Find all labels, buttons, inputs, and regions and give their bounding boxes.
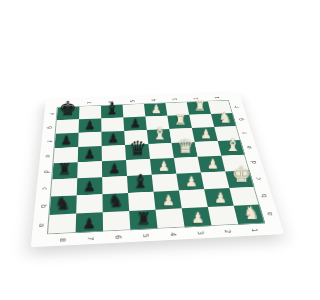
file-label: g (42, 120, 56, 134)
coordinate-text: b (260, 193, 268, 197)
black-pawn: ♟ (130, 117, 141, 129)
rank-label: 3 (185, 226, 214, 239)
white-rook: ♜ (194, 100, 206, 114)
coordinate-text: 8 (66, 102, 72, 105)
square-c7: ♟ (77, 177, 103, 195)
square-a8 (48, 214, 76, 235)
coordinate-text: h (234, 105, 241, 108)
black-pawn: ♟ (61, 134, 72, 147)
square-e4 (148, 143, 174, 159)
rank-label: 5 (130, 229, 158, 242)
coordinate-text: 6 (113, 235, 121, 239)
square-h8: ♚ (57, 107, 80, 121)
black-rook: ♜ (136, 211, 151, 228)
square-b5 (128, 192, 155, 211)
square-a7: ♟ (76, 212, 103, 233)
file-label: d (245, 154, 264, 170)
square-d1 (221, 155, 249, 172)
coordinate-text: 3 (195, 230, 204, 234)
rank-label: 2 (212, 225, 242, 238)
square-d3 (174, 157, 201, 174)
square-g3: ♜ (167, 115, 192, 129)
coordinate-text: 7 (85, 236, 93, 240)
coordinate-text: 5 (130, 100, 136, 103)
file-label: a (260, 204, 281, 224)
coordinate-text: f (45, 140, 52, 142)
coordinate-text: 1 (249, 228, 258, 232)
square-a4 (156, 208, 185, 228)
square-h7 (79, 106, 101, 120)
coordinate-text: 7 (87, 101, 93, 104)
coordinate-text: c (40, 187, 48, 190)
file-label: h (229, 100, 245, 113)
coordinate-text: 5 (140, 233, 148, 237)
white-pawn: ♟ (185, 175, 197, 189)
white-pawn: ♟ (151, 103, 162, 115)
square-f3 (169, 128, 194, 143)
white-rook: ♜ (174, 113, 187, 127)
square-b4: ♟ (154, 191, 182, 210)
chess-mat: 87654321h♚♝♟♜hg♟♟♜♞gf♟♟♝♟fe♟♛♛♝ed♜♟♟♟dc♟… (31, 93, 285, 247)
square-a3: ♟ (182, 207, 212, 227)
white-pawn: ♟ (214, 191, 227, 205)
black-pawn: ♟ (84, 147, 96, 160)
square-e3: ♛ (172, 142, 198, 158)
square-b3 (179, 189, 208, 208)
square-d2: ♟ (198, 156, 226, 173)
square-h5 (123, 104, 146, 118)
coordinate-text: d (250, 160, 258, 163)
coordinate-text: h (47, 113, 54, 116)
coordinate-text: g (46, 126, 53, 129)
file-label: b (34, 197, 51, 216)
square-b7 (76, 194, 103, 213)
coordinate-text: 1 (214, 96, 221, 98)
black-pawn: ♟ (109, 162, 121, 175)
file-label: e (39, 148, 54, 164)
coordinate-text: c (255, 177, 263, 180)
rank-label: 1 (238, 223, 268, 236)
square-g6 (101, 118, 124, 132)
rank-label: 6 (103, 230, 131, 243)
black-rook: ♜ (58, 162, 72, 178)
coordinate-text: d (42, 170, 49, 173)
coordinate-text: e (246, 146, 254, 149)
white-pawn: ♟ (162, 193, 175, 207)
square-f5 (124, 130, 148, 145)
square-a5: ♜ (129, 210, 157, 231)
square-c4 (152, 174, 179, 192)
coordinate-text: 3 (172, 98, 179, 100)
black-pawn: ♟ (83, 216, 96, 231)
square-e8 (53, 147, 78, 163)
white-knight: ♞ (243, 204, 259, 222)
white-knight: ♞ (218, 111, 231, 126)
board-perspective-wrapper: 87654321h♚♝♟♜hg♟♟♜♞gf♟♟♝♟fe♟♛♛♝ed♜♟♟♟dc♟… (31, 93, 285, 247)
square-h6: ♝ (101, 105, 123, 119)
square-b6: ♞ (102, 193, 129, 212)
square-f7 (78, 132, 101, 147)
square-h4: ♟ (144, 103, 167, 116)
coordinate-text: 6 (108, 100, 114, 103)
file-label: d (38, 163, 54, 180)
rank-label: 4 (158, 227, 187, 240)
square-c8 (51, 178, 77, 196)
square-f8: ♟ (55, 133, 79, 148)
square-g5: ♟ (123, 117, 146, 131)
black-pawn: ♟ (108, 132, 119, 145)
square-d5 (126, 159, 152, 176)
square-d6: ♟ (102, 160, 127, 177)
square-c5: ♝ (127, 175, 154, 193)
corner (31, 234, 48, 247)
coordinate-text: 2 (222, 229, 231, 233)
black-knight: ♞ (55, 195, 71, 213)
square-d7 (77, 161, 102, 178)
file-label: f (41, 134, 56, 149)
square-c1: ♚ (225, 170, 254, 188)
square-a1: ♞ (234, 205, 265, 225)
black-knight: ♞ (108, 192, 124, 210)
square-c3: ♟ (176, 173, 204, 191)
square-d8: ♜ (52, 162, 78, 179)
coordinate-text: a (37, 223, 45, 227)
rank-label: 7 (75, 232, 103, 245)
coordinate-text: f (242, 132, 249, 134)
square-h3 (165, 102, 189, 115)
corner (265, 223, 284, 235)
white-pawn: ♟ (200, 128, 211, 141)
square-f6: ♟ (101, 131, 125, 146)
file-label: c (36, 179, 52, 197)
square-e7: ♟ (78, 146, 102, 162)
file-label: f (237, 126, 254, 140)
square-d4: ♟ (150, 158, 176, 175)
square-g8 (56, 119, 79, 133)
square-e6 (102, 145, 126, 161)
square-e5: ♛ (125, 144, 150, 160)
white-pawn: ♟ (191, 210, 204, 225)
square-a6 (103, 211, 131, 232)
square-f4: ♝ (147, 129, 172, 144)
square-b2: ♟ (204, 188, 234, 207)
black-bishop: ♝ (132, 172, 149, 191)
black-pawn: ♟ (83, 179, 95, 193)
white-pawn: ♟ (158, 160, 170, 173)
coordinate-text: 4 (151, 99, 157, 101)
square-b8: ♞ (50, 195, 77, 215)
file-label: a (32, 215, 50, 235)
square-g7: ♟ (79, 118, 102, 132)
square-g2 (189, 114, 214, 128)
black-pawn: ♟ (85, 119, 96, 131)
file-label: g (233, 112, 250, 126)
square-h2: ♜ (187, 101, 211, 114)
square-c6 (102, 176, 128, 194)
coordinate-text: g (237, 118, 244, 121)
coordinate-text: b (39, 204, 47, 208)
file-label: h (44, 107, 58, 120)
rank-label: 8 (47, 233, 76, 246)
coordinate-text: e (43, 154, 50, 157)
coordinate-text: 4 (168, 232, 176, 236)
file-label: e (241, 139, 259, 154)
coordinate-text: 8 (57, 238, 65, 242)
coordinate-text: a (266, 212, 275, 216)
white-pawn: ♟ (207, 157, 219, 170)
coordinate-text: 2 (193, 97, 200, 99)
square-g4 (145, 116, 169, 130)
